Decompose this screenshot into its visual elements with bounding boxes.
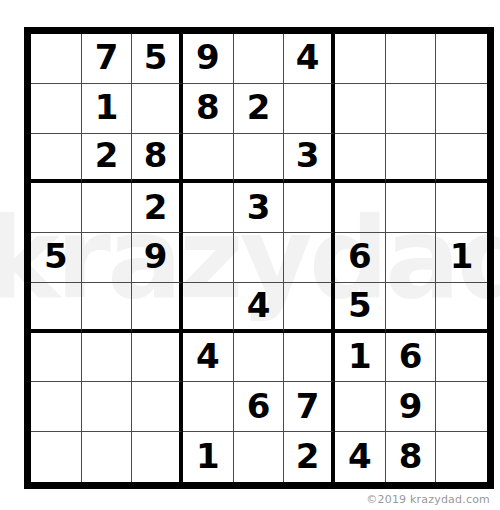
sudoku-cell-r1c6[interactable]: 4 (284, 34, 335, 84)
sudoku-cell-r8c4[interactable] (183, 382, 234, 432)
sudoku-cell-r4c5[interactable]: 3 (234, 183, 285, 233)
sudoku-cell-r8c3[interactable] (132, 382, 183, 432)
sudoku-cell-r7c7[interactable]: 1 (335, 333, 386, 383)
sudoku-cell-r9c4[interactable]: 1 (183, 432, 234, 482)
sudoku-cell-r6c1[interactable] (31, 283, 82, 333)
sudoku-cell-r1c7[interactable] (335, 34, 386, 84)
sudoku-cell-r5c8[interactable] (386, 233, 437, 283)
sudoku-cell-r9c9[interactable] (436, 432, 487, 482)
sudoku-cell-r7c5[interactable] (234, 333, 285, 383)
sudoku-cell-r8c1[interactable] (31, 382, 82, 432)
sudoku-cell-r4c7[interactable] (335, 183, 386, 233)
sudoku-cell-r4c4[interactable] (183, 183, 234, 233)
sudoku-cell-r5c4[interactable] (183, 233, 234, 283)
sudoku-cell-r1c4[interactable]: 9 (183, 34, 234, 84)
sudoku-cell-r8c5[interactable]: 6 (234, 382, 285, 432)
sudoku-page: krazydad 7594182283235961454166791248 ©2… (0, 0, 500, 510)
sudoku-cell-r5c9[interactable]: 1 (436, 233, 487, 283)
copyright-text: ©2019 krazydad.com (366, 493, 490, 506)
sudoku-cell-r9c8[interactable]: 8 (386, 432, 437, 482)
sudoku-cell-r5c1[interactable]: 5 (31, 233, 82, 283)
sudoku-cell-r2c7[interactable] (335, 84, 386, 134)
sudoku-cell-r1c9[interactable] (436, 34, 487, 84)
sudoku-cell-r7c2[interactable] (82, 333, 133, 383)
sudoku-cell-r2c5[interactable]: 2 (234, 84, 285, 134)
sudoku-cell-r2c6[interactable] (284, 84, 335, 134)
sudoku-cell-r4c9[interactable] (436, 183, 487, 233)
sudoku-cell-r7c6[interactable] (284, 333, 335, 383)
sudoku-cell-r1c5[interactable] (234, 34, 285, 84)
sudoku-cell-r6c2[interactable] (82, 283, 133, 333)
sudoku-cell-r3c5[interactable] (234, 134, 285, 184)
sudoku-cell-r6c8[interactable] (386, 283, 437, 333)
sudoku-cell-r7c1[interactable] (31, 333, 82, 383)
sudoku-cell-r9c7[interactable]: 4 (335, 432, 386, 482)
sudoku-cell-r5c5[interactable] (234, 233, 285, 283)
sudoku-cell-r7c3[interactable] (132, 333, 183, 383)
sudoku-cell-r3c2[interactable]: 2 (82, 134, 133, 184)
sudoku-cell-r8c2[interactable] (82, 382, 133, 432)
sudoku-cell-r6c6[interactable] (284, 283, 335, 333)
sudoku-cell-r2c2[interactable]: 1 (82, 84, 133, 134)
sudoku-cell-r4c6[interactable] (284, 183, 335, 233)
sudoku-cell-r4c1[interactable] (31, 183, 82, 233)
sudoku-cell-r9c5[interactable] (234, 432, 285, 482)
sudoku-cell-r3c8[interactable] (386, 134, 437, 184)
sudoku-cell-r3c1[interactable] (31, 134, 82, 184)
sudoku-cell-r5c6[interactable] (284, 233, 335, 283)
sudoku-cell-r8c6[interactable]: 7 (284, 382, 335, 432)
sudoku-cell-r2c1[interactable] (31, 84, 82, 134)
sudoku-cell-r6c5[interactable]: 4 (234, 283, 285, 333)
sudoku-cell-r9c3[interactable] (132, 432, 183, 482)
sudoku-cell-r4c3[interactable]: 2 (132, 183, 183, 233)
sudoku-cell-r1c8[interactable] (386, 34, 437, 84)
sudoku-cell-r9c2[interactable] (82, 432, 133, 482)
sudoku-cell-r9c1[interactable] (31, 432, 82, 482)
sudoku-cell-r8c7[interactable] (335, 382, 386, 432)
sudoku-cell-r8c8[interactable]: 9 (386, 382, 437, 432)
sudoku-cell-r7c8[interactable]: 6 (386, 333, 437, 383)
sudoku-cell-r7c4[interactable]: 4 (183, 333, 234, 383)
sudoku-cell-r3c6[interactable]: 3 (284, 134, 335, 184)
sudoku-cell-r6c3[interactable] (132, 283, 183, 333)
sudoku-cell-r9c6[interactable]: 2 (284, 432, 335, 482)
sudoku-cell-r5c7[interactable]: 6 (335, 233, 386, 283)
sudoku-board: krazydad 7594182283235961454166791248 (24, 27, 494, 489)
sudoku-cell-r4c8[interactable] (386, 183, 437, 233)
sudoku-cell-r6c9[interactable] (436, 283, 487, 333)
sudoku-cell-r3c7[interactable] (335, 134, 386, 184)
sudoku-cell-r7c9[interactable] (436, 333, 487, 383)
sudoku-cell-r5c3[interactable]: 9 (132, 233, 183, 283)
sudoku-cell-r2c8[interactable] (386, 84, 437, 134)
sudoku-cell-r3c3[interactable]: 8 (132, 134, 183, 184)
sudoku-cell-r2c3[interactable] (132, 84, 183, 134)
sudoku-cell-r1c2[interactable]: 7 (82, 34, 133, 84)
sudoku-cell-r6c7[interactable]: 5 (335, 283, 386, 333)
sudoku-cell-r2c4[interactable]: 8 (183, 84, 234, 134)
sudoku-cell-r3c9[interactable] (436, 134, 487, 184)
sudoku-cell-r8c9[interactable] (436, 382, 487, 432)
sudoku-cell-r1c1[interactable] (31, 34, 82, 84)
sudoku-cell-r3c4[interactable] (183, 134, 234, 184)
sudoku-cell-r1c3[interactable]: 5 (132, 34, 183, 84)
sudoku-cell-r5c2[interactable] (82, 233, 133, 283)
sudoku-cell-r4c2[interactable] (82, 183, 133, 233)
sudoku-cell-r2c9[interactable] (436, 84, 487, 134)
sudoku-cell-r6c4[interactable] (183, 283, 234, 333)
